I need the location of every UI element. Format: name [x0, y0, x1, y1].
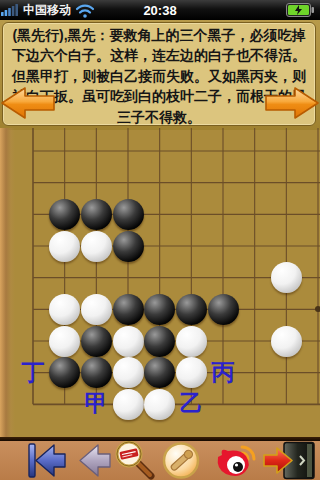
black-stone [144, 326, 175, 357]
white-stone [113, 389, 144, 420]
go-board[interactable]: 丁甲乙丙 [0, 128, 320, 437]
magnifier-zoom-button[interactable] [112, 441, 158, 480]
move-label-marker: 甲 [82, 392, 110, 415]
black-stone [208, 294, 239, 325]
white-stone [271, 262, 302, 293]
move-label-marker: 丁 [19, 361, 47, 384]
move-label-marker: 丙 [209, 361, 237, 384]
app-screen: 中国移动 20:38 (黑先行),黑先：要救角上的三个黑子，必须吃掉 下边六个白… [0, 0, 320, 480]
white-stone [81, 294, 112, 325]
black-stone [113, 231, 144, 262]
move-label-marker: 乙 [177, 392, 205, 415]
white-stone [113, 357, 144, 388]
hint-badge-button[interactable] [160, 441, 202, 480]
white-stone [49, 294, 80, 325]
black-stone [113, 199, 144, 230]
clock: 20:38 [0, 3, 320, 18]
white-stone [176, 326, 207, 357]
black-stone [81, 326, 112, 357]
board-edge-shade [0, 128, 16, 437]
white-stone [81, 231, 112, 262]
first-move-button[interactable] [26, 441, 68, 480]
instruction-line: 但黑甲打，则被白乙接而失败。又如黑丙夹，则 [3, 66, 315, 86]
black-stone [113, 294, 144, 325]
black-stone [81, 357, 112, 388]
exit-button[interactable] [262, 441, 316, 480]
black-stone [49, 199, 80, 230]
status-bar: 中国移动 20:38 [0, 0, 320, 20]
instruction-line: (黑先行),黑先：要救角上的三个黑子，必须吃掉 [3, 25, 315, 45]
white-stone [271, 326, 302, 357]
star-point [315, 306, 320, 312]
previous-move-button[interactable] [78, 441, 112, 480]
prev-page-arrow-button[interactable] [0, 85, 56, 121]
black-stone [81, 199, 112, 230]
next-page-arrow-button[interactable] [264, 85, 320, 121]
white-stone [144, 389, 175, 420]
white-stone [176, 357, 207, 388]
white-stone [49, 231, 80, 262]
toolbar [0, 441, 320, 480]
black-stone [176, 294, 207, 325]
instruction-line: 下边六个白子。这样，连左边的白子也不得活。 [3, 45, 315, 65]
battery-icon [286, 3, 314, 21]
white-stone [113, 326, 144, 357]
white-stone [49, 326, 80, 357]
black-stone [144, 294, 175, 325]
weibo-share-button[interactable] [212, 441, 262, 480]
